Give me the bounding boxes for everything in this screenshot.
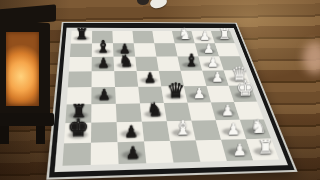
square-c7[interactable]: ♟ bbox=[92, 57, 115, 72]
white-bishop[interactable]: ♝ bbox=[173, 118, 191, 139]
square-f5[interactable]: ♞ bbox=[140, 103, 167, 122]
black-king[interactable]: ♚ bbox=[67, 116, 89, 141]
black-pawn[interactable]: ♟ bbox=[123, 123, 137, 139]
lantern-base bbox=[0, 113, 54, 126]
white-pawn[interactable]: ♟ bbox=[192, 86, 205, 101]
square-c8[interactable] bbox=[69, 57, 92, 72]
square-e1[interactable]: ♚ bbox=[229, 85, 257, 102]
white-pawn[interactable]: ♟ bbox=[211, 70, 223, 84]
photo-scene: ♜♞♟♜♝♟♟♟♞♝♟♟♟♛♟♛♟♚♜♞♟♚♟♝♟♞♟♟♜ bbox=[0, 0, 320, 180]
square-d6[interactable] bbox=[114, 71, 138, 87]
square-c3[interactable]: ♝ bbox=[178, 56, 203, 70]
white-pawn[interactable]: ♟ bbox=[221, 103, 234, 118]
lantern-leg-right bbox=[36, 126, 45, 144]
white-rook[interactable]: ♜ bbox=[218, 28, 230, 42]
black-queen[interactable]: ♛ bbox=[166, 80, 184, 101]
square-e4[interactable]: ♛ bbox=[161, 86, 187, 103]
lantern-glass-pane bbox=[6, 32, 39, 106]
black-pawn[interactable]: ♟ bbox=[97, 56, 109, 70]
square-d7[interactable] bbox=[92, 71, 115, 87]
black-knight[interactable]: ♞ bbox=[146, 101, 162, 120]
candle-lantern bbox=[0, 5, 64, 147]
black-bishop[interactable]: ♝ bbox=[183, 52, 198, 69]
black-pawn[interactable]: ♟ bbox=[143, 71, 155, 85]
square-h1[interactable]: ♜ bbox=[246, 139, 279, 161]
square-c6[interactable]: ♞ bbox=[114, 57, 137, 72]
white-pawn[interactable]: ♟ bbox=[203, 42, 214, 55]
square-h5[interactable] bbox=[144, 141, 173, 163]
square-e3[interactable]: ♟ bbox=[184, 86, 211, 103]
black-knight[interactable]: ♞ bbox=[118, 53, 133, 70]
square-e7[interactable]: ♟ bbox=[91, 87, 115, 104]
square-h7[interactable] bbox=[91, 142, 119, 165]
square-d2[interactable]: ♟ bbox=[202, 70, 228, 85]
square-f2[interactable]: ♟ bbox=[211, 102, 240, 120]
black-bishop[interactable]: ♝ bbox=[95, 38, 110, 55]
square-b8[interactable] bbox=[70, 43, 92, 57]
square-d8[interactable] bbox=[68, 71, 92, 87]
white-rook[interactable]: ♜ bbox=[257, 139, 273, 158]
white-pawn[interactable]: ♟ bbox=[226, 121, 240, 137]
square-h6[interactable]: ♟ bbox=[118, 142, 147, 165]
square-f6[interactable] bbox=[116, 103, 142, 122]
white-pawn[interactable]: ♟ bbox=[232, 142, 246, 159]
square-e2[interactable] bbox=[206, 86, 234, 103]
white-king[interactable]: ♚ bbox=[236, 78, 255, 100]
white-pawn[interactable]: ♟ bbox=[199, 29, 210, 41]
black-pawn[interactable]: ♟ bbox=[125, 144, 140, 161]
square-a4[interactable] bbox=[152, 31, 174, 43]
square-g5[interactable] bbox=[142, 121, 170, 141]
square-h8[interactable] bbox=[62, 143, 90, 166]
square-a8[interactable]: ♜ bbox=[71, 31, 92, 44]
chess-board: ♜♞♟♜♝♟♟♟♞♝♟♟♟♛♟♛♟♚♜♞♟♚♟♝♟♞♟♟♜ bbox=[49, 23, 295, 178]
square-a3[interactable]: ♞ bbox=[172, 31, 195, 43]
square-g4[interactable]: ♝ bbox=[167, 121, 196, 141]
black-rook[interactable]: ♜ bbox=[75, 27, 88, 42]
square-h4[interactable] bbox=[170, 140, 200, 162]
square-b4[interactable] bbox=[154, 43, 177, 56]
square-a5[interactable] bbox=[132, 31, 154, 43]
square-g6[interactable]: ♟ bbox=[117, 122, 144, 143]
square-d5[interactable]: ♟ bbox=[137, 71, 162, 87]
white-knight[interactable]: ♞ bbox=[250, 118, 266, 137]
square-h2[interactable]: ♟ bbox=[221, 139, 253, 161]
white-knight[interactable]: ♞ bbox=[178, 27, 191, 42]
square-c4[interactable] bbox=[156, 57, 180, 71]
square-g7[interactable] bbox=[91, 122, 118, 143]
white-pawn[interactable]: ♟ bbox=[207, 56, 219, 69]
square-f7[interactable] bbox=[91, 104, 117, 123]
black-pawn[interactable]: ♟ bbox=[97, 87, 110, 102]
square-b5[interactable] bbox=[134, 43, 157, 56]
square-e6[interactable] bbox=[115, 87, 140, 104]
square-g8[interactable]: ♚ bbox=[64, 123, 91, 144]
lantern-leg-left bbox=[0, 126, 9, 144]
blurred-hand bbox=[303, 42, 320, 74]
